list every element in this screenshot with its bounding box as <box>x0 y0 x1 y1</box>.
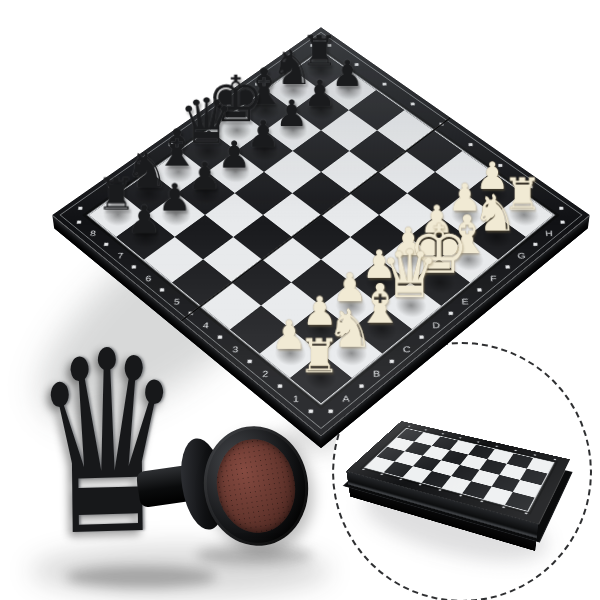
border-diamond-mark <box>169 143 173 145</box>
border-diamond-mark <box>199 123 202 125</box>
border-diamond-mark <box>499 164 503 167</box>
border-diamond-mark <box>140 164 144 167</box>
border-diamond-mark <box>227 103 230 105</box>
border-diamond-mark <box>355 63 358 65</box>
border-diamond-mark <box>440 123 443 125</box>
border-diamond-mark <box>469 143 473 145</box>
black-pawn-a7: ♟ <box>108 200 181 238</box>
border-diamond-mark <box>560 207 564 210</box>
border-diamond-mark <box>383 83 386 85</box>
board-top-face: ♜♟♟♜♞♟♟♞♝♟♟♝♚♟♟♚♛♟♟♛♝♟♟♝♞♟♟♞♜♟♟♜ 8765432… <box>52 27 589 435</box>
border-diamond-mark <box>411 103 414 105</box>
border-diamond-mark <box>328 44 331 46</box>
border-diamond-mark <box>256 83 259 85</box>
white-rook-a1: ♜ <box>281 332 358 379</box>
open-chessboard-scene: ♜♟♟♜♞♟♟♞♝♟♟♝♚♟♟♚♛♟♟♛♝♟♟♝♞♟♟♞♜♟♟♜ 8765432… <box>0 0 600 600</box>
border-diamond-mark <box>311 44 314 46</box>
chessboard: ♜♟♟♜♞♟♟♞♝♟♟♝♚♟♟♚♛♟♟♛♝♟♟♝♞♟♟♞♜♟♟♜ 8765432… <box>52 27 589 435</box>
board-squares: ♜♟♟♜♞♟♟♞♝♟♟♝♚♟♟♚♛♟♟♛♝♟♟♝♞♟♟♞♜♟♟♜ <box>89 51 553 403</box>
border-diamond-mark <box>283 63 286 65</box>
product-photo: ♜♟♟♜♞♟♟♞♝♟♟♝♚♟♟♚♛♟♟♛♝♟♟♝♞♟♟♞♜♟♟♜ 8765432… <box>0 0 600 600</box>
